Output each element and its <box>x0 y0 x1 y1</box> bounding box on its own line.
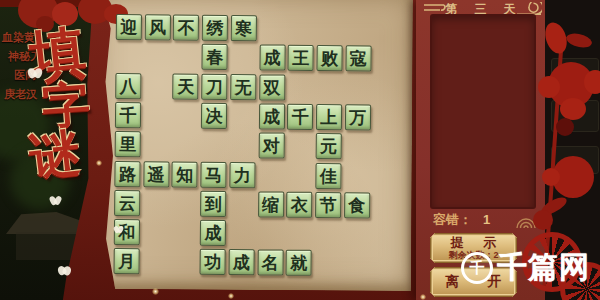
coin-logo-icon: 千 <box>461 252 493 284</box>
tile-成[interactable]: 成 <box>258 103 284 129</box>
tolerance-value: 1 <box>483 212 490 227</box>
tile-成[interactable]: 成 <box>200 220 226 246</box>
butterfly-decoration <box>50 196 61 206</box>
tile-月[interactable]: 月 <box>114 248 140 274</box>
tile-力[interactable]: 力 <box>229 162 255 188</box>
sparkle <box>228 293 234 299</box>
tile-里[interactable]: 里 <box>115 131 141 157</box>
sparkle <box>96 160 102 166</box>
tile-名[interactable]: 名 <box>257 250 283 276</box>
tile-衣[interactable]: 衣 <box>286 191 312 217</box>
tile-成[interactable]: 成 <box>228 249 254 275</box>
tile-功[interactable]: 功 <box>200 249 226 275</box>
tile-千[interactable]: 千 <box>115 102 141 128</box>
tile-成[interactable]: 成 <box>259 45 285 71</box>
butterfly-decoration <box>28 68 42 80</box>
flower-petal <box>542 168 560 186</box>
tolerance-row: 容错：1 <box>433 211 490 229</box>
sparkle <box>420 294 426 300</box>
tile-风[interactable]: 风 <box>144 14 170 40</box>
butterfly-decoration <box>58 266 71 277</box>
tile-双[interactable]: 双 <box>259 74 285 100</box>
flower-petal <box>560 98 586 120</box>
tile-决[interactable]: 决 <box>201 103 227 129</box>
title-char-3: 谜 <box>26 119 84 192</box>
tile-寒[interactable]: 寒 <box>231 15 257 41</box>
tile-天[interactable]: 天 <box>173 73 199 99</box>
tile-败[interactable]: 败 <box>316 45 342 71</box>
flower-petal <box>538 76 560 98</box>
watermark: 千 千篇网 <box>461 247 590 288</box>
tile-元[interactable]: 元 <box>316 133 342 159</box>
tile-缩[interactable]: 缩 <box>258 191 284 217</box>
tile-无[interactable]: 无 <box>230 74 256 100</box>
tile-寇[interactable]: 寇 <box>345 45 371 71</box>
tile-佳[interactable]: 佳 <box>315 162 341 188</box>
tile-节[interactable]: 节 <box>315 192 341 218</box>
tile-千[interactable]: 千 <box>287 104 313 130</box>
scroll-motif-icon <box>422 2 448 14</box>
flower-center <box>556 118 574 136</box>
tile-迎[interactable]: 迎 <box>116 14 142 40</box>
tile-王[interactable]: 王 <box>288 45 314 71</box>
butterfly-decoration <box>114 226 123 234</box>
tile-遥[interactable]: 遥 <box>143 161 169 187</box>
tile-就[interactable]: 就 <box>286 250 312 276</box>
tile-不[interactable]: 不 <box>173 15 199 41</box>
tile-绣[interactable]: 绣 <box>202 15 228 41</box>
tile-对[interactable]: 对 <box>258 133 284 159</box>
tile-八[interactable]: 八 <box>115 73 141 99</box>
sparkle <box>152 288 159 295</box>
tolerance-label: 容错： <box>433 212 472 227</box>
watermark-brand: 千篇网 <box>497 247 590 288</box>
flower-petal <box>584 70 600 94</box>
game-screen: 血染黄神秘刀医问庚老汉 迎风不绣寒春成王败寇八天刀无双千决成千上万里对元路遥知马… <box>0 0 600 300</box>
tile-马[interactable]: 马 <box>200 161 226 187</box>
flower-bud <box>533 210 553 230</box>
tile-云[interactable]: 云 <box>114 190 140 216</box>
tile-知[interactable]: 知 <box>172 161 198 187</box>
tile-上[interactable]: 上 <box>316 104 342 130</box>
tile-路[interactable]: 路 <box>114 160 140 186</box>
tile-grid: 迎风不绣寒春成王败寇八天刀无双千决成千上万里对元路遥知马力佳云到缩衣节食和成月功… <box>113 14 378 283</box>
background-hut <box>16 232 76 260</box>
panel-display-area <box>430 14 536 209</box>
tile-到[interactable]: 到 <box>200 191 226 217</box>
tile-刀[interactable]: 刀 <box>201 73 227 99</box>
tile-食[interactable]: 食 <box>344 192 370 218</box>
tile-春[interactable]: 春 <box>202 44 228 70</box>
tile-万[interactable]: 万 <box>344 104 370 130</box>
